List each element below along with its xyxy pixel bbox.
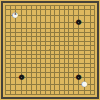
white-stone[interactable]: ●: [82, 81, 88, 88]
go-board[interactable]: ●4●●●●: [3, 3, 97, 97]
intersection[interactable]: [92, 81, 97, 88]
go-board-screen: ●4●●●●: [0, 0, 100, 100]
stone-glyph: ●: [82, 81, 88, 88]
star-point: [78, 49, 80, 51]
star-point: [49, 22, 51, 24]
star-point: [21, 22, 23, 24]
intersection[interactable]: [92, 12, 97, 19]
star-point: [49, 49, 51, 51]
stone-highlight: [78, 22, 79, 23]
black-stone[interactable]: ●: [18, 74, 24, 81]
black-stone[interactable]: ●: [76, 74, 82, 81]
move-number-label: 4: [14, 14, 16, 17]
white-stone[interactable]: ●4: [12, 12, 18, 19]
intersection[interactable]: [92, 74, 97, 81]
star-point: [21, 49, 23, 51]
star-point: [49, 77, 51, 79]
intersection[interactable]: [92, 93, 97, 97]
intersection[interactable]: [92, 19, 97, 26]
black-stone[interactable]: ●: [76, 19, 82, 26]
